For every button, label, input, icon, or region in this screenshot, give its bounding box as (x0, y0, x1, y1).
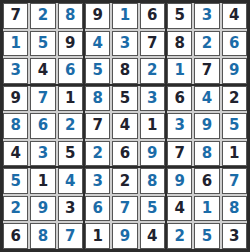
cell-r3c9[interactable]: 9 (222, 58, 247, 84)
cell-r8c7[interactable]: 4 (167, 196, 192, 222)
cell-r2c1[interactable]: 1 (3, 31, 28, 57)
cell-r1c8[interactable]: 3 (194, 3, 219, 29)
cell-r9c2[interactable]: 8 (30, 223, 55, 249)
cell-r1c4[interactable]: 9 (85, 3, 110, 29)
cell-r2c7[interactable]: 8 (167, 31, 192, 57)
box-r0c0: 728159346 (3, 3, 83, 84)
cell-r5c1[interactable]: 8 (3, 113, 28, 139)
cell-r5c2[interactable]: 6 (30, 113, 55, 139)
cell-r3c4[interactable]: 5 (85, 58, 110, 84)
cell-r6c7[interactable]: 7 (167, 141, 192, 167)
cell-r3c6[interactable]: 2 (140, 58, 165, 84)
cell-r1c5[interactable]: 1 (112, 3, 137, 29)
cell-r7c1[interactable]: 5 (3, 168, 28, 194)
cell-r2c8[interactable]: 2 (194, 31, 219, 57)
cell-r8c5[interactable]: 7 (112, 196, 137, 222)
cell-r6c8[interactable]: 8 (194, 141, 219, 167)
cell-r4c1[interactable]: 9 (3, 86, 28, 112)
cell-r4c3[interactable]: 1 (58, 86, 83, 112)
cell-r5c3[interactable]: 2 (58, 113, 83, 139)
box-r0c2: 534826179 (167, 3, 247, 84)
cell-r3c7[interactable]: 1 (167, 58, 192, 84)
cell-r9c4[interactable]: 1 (85, 223, 110, 249)
box-r0c1: 916437582 (85, 3, 165, 84)
cell-r4c7[interactable]: 6 (167, 86, 192, 112)
cell-r6c5[interactable]: 6 (112, 141, 137, 167)
cell-r1c7[interactable]: 5 (167, 3, 192, 29)
cell-r7c6[interactable]: 8 (140, 168, 165, 194)
cell-r2c6[interactable]: 7 (140, 31, 165, 57)
cell-r9c5[interactable]: 9 (112, 223, 137, 249)
cell-r4c6[interactable]: 3 (140, 86, 165, 112)
cell-r2c5[interactable]: 3 (112, 31, 137, 57)
cell-r4c8[interactable]: 4 (194, 86, 219, 112)
cell-r9c7[interactable]: 2 (167, 223, 192, 249)
cell-r9c8[interactable]: 5 (194, 223, 219, 249)
sudoku-board: 7281593469164375825348261799718624358537… (0, 0, 250, 252)
cell-r5c7[interactable]: 3 (167, 113, 192, 139)
cell-r7c7[interactable]: 9 (167, 168, 192, 194)
cell-r8c2[interactable]: 9 (30, 196, 55, 222)
cell-r1c3[interactable]: 8 (58, 3, 83, 29)
cell-r6c2[interactable]: 3 (30, 141, 55, 167)
cell-r5c6[interactable]: 1 (140, 113, 165, 139)
cell-r5c5[interactable]: 4 (112, 113, 137, 139)
cell-r5c9[interactable]: 5 (222, 113, 247, 139)
cell-r7c5[interactable]: 2 (112, 168, 137, 194)
box-r2c1: 328675194 (85, 168, 165, 249)
cell-r2c2[interactable]: 5 (30, 31, 55, 57)
cell-r2c3[interactable]: 9 (58, 31, 83, 57)
cell-r1c6[interactable]: 6 (140, 3, 165, 29)
cell-r6c4[interactable]: 2 (85, 141, 110, 167)
cell-r7c9[interactable]: 7 (222, 168, 247, 194)
cell-r8c3[interactable]: 3 (58, 196, 83, 222)
cell-r8c9[interactable]: 8 (222, 196, 247, 222)
cell-r6c1[interactable]: 4 (3, 141, 28, 167)
cell-r1c2[interactable]: 2 (30, 3, 55, 29)
cell-r3c1[interactable]: 3 (3, 58, 28, 84)
cell-r9c3[interactable]: 7 (58, 223, 83, 249)
cell-r3c3[interactable]: 6 (58, 58, 83, 84)
cell-r3c5[interactable]: 8 (112, 58, 137, 84)
cell-r9c9[interactable]: 3 (222, 223, 247, 249)
cell-r1c1[interactable]: 7 (3, 3, 28, 29)
cell-r7c8[interactable]: 6 (194, 168, 219, 194)
box-r2c2: 967418253 (167, 168, 247, 249)
cell-r3c8[interactable]: 7 (194, 58, 219, 84)
cell-r1c9[interactable]: 4 (222, 3, 247, 29)
cell-r8c1[interactable]: 2 (3, 196, 28, 222)
cell-r4c9[interactable]: 2 (222, 86, 247, 112)
box-r2c0: 514293687 (3, 168, 83, 249)
cell-r8c4[interactable]: 6 (85, 196, 110, 222)
cell-r2c9[interactable]: 6 (222, 31, 247, 57)
cell-r6c3[interactable]: 5 (58, 141, 83, 167)
cell-r3c2[interactable]: 4 (30, 58, 55, 84)
cell-r4c4[interactable]: 8 (85, 86, 110, 112)
cell-r2c4[interactable]: 4 (85, 31, 110, 57)
box-r1c1: 853741269 (85, 86, 165, 167)
cell-r7c4[interactable]: 3 (85, 168, 110, 194)
cell-r4c5[interactable]: 5 (112, 86, 137, 112)
cell-r6c6[interactable]: 9 (140, 141, 165, 167)
cell-r6c9[interactable]: 1 (222, 141, 247, 167)
cell-r9c1[interactable]: 6 (3, 223, 28, 249)
box-r1c2: 642395781 (167, 86, 247, 167)
cell-r7c3[interactable]: 4 (58, 168, 83, 194)
cell-r5c4[interactable]: 7 (85, 113, 110, 139)
cell-r8c8[interactable]: 1 (194, 196, 219, 222)
cell-r9c6[interactable]: 4 (140, 223, 165, 249)
box-r1c0: 971862435 (3, 86, 83, 167)
cell-r7c2[interactable]: 1 (30, 168, 55, 194)
cell-r8c6[interactable]: 5 (140, 196, 165, 222)
cell-r5c8[interactable]: 9 (194, 113, 219, 139)
cell-r4c2[interactable]: 7 (30, 86, 55, 112)
